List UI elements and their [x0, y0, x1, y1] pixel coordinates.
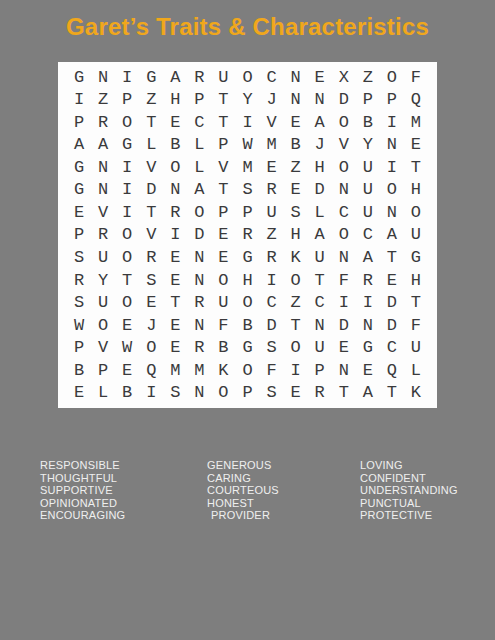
grid-cell[interactable]: N — [187, 246, 211, 269]
word-search-board: GNIGARUOCNEXZOFIZPZHPTYJNNDPPQPROTECTIVE… — [67, 66, 428, 404]
grid-cell[interactable]: H — [163, 89, 187, 112]
grid-cell[interactable]: P — [67, 336, 91, 359]
grid-cell[interactable]: U — [308, 336, 332, 359]
grid-cell[interactable]: E — [139, 291, 163, 314]
grid-cell[interactable]: S — [67, 246, 91, 269]
grid-cell[interactable]: C — [260, 66, 284, 89]
grid-cell[interactable]: G — [115, 134, 139, 157]
puzzle-page: Garet’s Traits & Characteristics GNIGARU… — [0, 0, 495, 640]
grid-cell[interactable]: E — [380, 269, 404, 292]
grid-cell[interactable]: L — [404, 359, 428, 382]
grid-cell[interactable]: A — [91, 134, 115, 157]
grid-cell[interactable]: P — [356, 89, 380, 112]
grid-cell[interactable]: G — [404, 246, 428, 269]
grid-cell[interactable]: N — [91, 156, 115, 179]
grid-cell[interactable]: N — [91, 179, 115, 202]
grid-cell[interactable]: O — [139, 336, 163, 359]
grid-cell[interactable]: E — [356, 359, 380, 382]
grid-cell[interactable]: N — [308, 89, 332, 112]
grid-cell[interactable]: I — [139, 381, 163, 404]
grid-cell[interactable]: H — [308, 156, 332, 179]
grid-cell[interactable]: N — [332, 179, 356, 202]
grid-cell[interactable]: V — [91, 201, 115, 224]
grid-cell[interactable]: E — [163, 269, 187, 292]
grid-cell[interactable]: N — [332, 359, 356, 382]
grid-cell[interactable]: O — [380, 179, 404, 202]
grid-cell[interactable]: L — [308, 201, 332, 224]
grid-cell[interactable]: N — [380, 134, 404, 157]
grid-cell[interactable]: I — [115, 156, 139, 179]
puzzle-title: Garet’s Traits & Characteristics — [0, 13, 495, 41]
grid-cell[interactable]: S — [67, 291, 91, 314]
grid-cell[interactable]: P — [187, 89, 211, 112]
grid-cell[interactable]: U — [211, 66, 235, 89]
grid-cell[interactable]: U — [260, 201, 284, 224]
grid-cell[interactable]: R — [187, 66, 211, 89]
grid-cell[interactable]: N — [163, 179, 187, 202]
grid-cell[interactable]: T — [332, 381, 356, 404]
grid-cell[interactable]: R — [163, 201, 187, 224]
grid-cell[interactable]: P — [211, 201, 235, 224]
grid-cell[interactable]: N — [187, 381, 211, 404]
grid-cell[interactable]: O — [115, 224, 139, 247]
grid-cell[interactable]: Q — [139, 359, 163, 382]
grid-cell[interactable]: Z — [91, 89, 115, 112]
grid-cell[interactable]: J — [308, 134, 332, 157]
grid-cell[interactable]: B — [356, 111, 380, 134]
grid-cell[interactable]: R — [260, 179, 284, 202]
grid-cell[interactable]: W — [235, 134, 259, 157]
grid-cell[interactable]: N — [356, 314, 380, 337]
word-item: CARING — [207, 472, 279, 485]
grid-cell[interactable]: I — [115, 179, 139, 202]
grid-cell[interactable]: J — [139, 314, 163, 337]
word-list: RESPONSIBLETHOUGHTFULSUPPORTIVEOPINIONAT… — [0, 459, 495, 529]
grid-cell[interactable]: Z — [139, 89, 163, 112]
grid-cell[interactable]: R — [187, 291, 211, 314]
grid-cell[interactable]: L — [187, 156, 211, 179]
grid-cell[interactable]: T — [211, 111, 235, 134]
grid-cell[interactable]: I — [332, 291, 356, 314]
grid-cell[interactable]: G — [235, 336, 259, 359]
grid-cell[interactable]: L — [187, 134, 211, 157]
grid-cell[interactable]: N — [284, 66, 308, 89]
grid-cell[interactable]: I — [115, 201, 139, 224]
grid-cell[interactable]: O — [380, 66, 404, 89]
grid-cell[interactable]: D — [260, 314, 284, 337]
grid-cell[interactable]: S — [235, 179, 259, 202]
grid-cell[interactable]: A — [380, 224, 404, 247]
grid-cell[interactable]: T — [115, 269, 139, 292]
grid-cell[interactable]: F — [404, 66, 428, 89]
grid-cell[interactable]: V — [139, 224, 163, 247]
grid-cell[interactable]: G — [67, 179, 91, 202]
grid-cell[interactable]: F — [404, 314, 428, 337]
grid-cell[interactable]: P — [211, 134, 235, 157]
grid-cell[interactable]: E — [115, 314, 139, 337]
grid-cell[interactable]: F — [260, 359, 284, 382]
grid-cell[interactable]: U — [356, 156, 380, 179]
grid-cell[interactable]: O — [115, 291, 139, 314]
grid-cell[interactable]: O — [115, 246, 139, 269]
grid-cell[interactable]: I — [163, 224, 187, 247]
grid-cell[interactable]: R — [187, 336, 211, 359]
grid-cell[interactable]: E — [260, 156, 284, 179]
grid-cell[interactable]: V — [260, 111, 284, 134]
word-item: UNDERSTANDING — [360, 484, 458, 497]
grid-cell[interactable]: I — [284, 359, 308, 382]
grid-cell[interactable]: B — [163, 134, 187, 157]
grid-cell[interactable]: I — [380, 156, 404, 179]
grid-cell[interactable]: E — [284, 179, 308, 202]
grid-cell[interactable]: C — [356, 224, 380, 247]
word-item: GENEROUS — [207, 459, 279, 472]
grid-cell[interactable]: T — [404, 291, 428, 314]
grid-cell[interactable]: D — [332, 89, 356, 112]
grid-cell[interactable]: R — [91, 111, 115, 134]
grid-cell[interactable]: R — [91, 224, 115, 247]
word-item: ENCOURAGING — [40, 509, 125, 522]
grid-cell[interactable]: T — [139, 111, 163, 134]
word-list-column: LOVINGCONFIDENTUNDERSTANDINGPUNCTUALPROT… — [360, 459, 458, 522]
grid-cell[interactable]: D — [380, 314, 404, 337]
grid-cell[interactable]: R — [308, 381, 332, 404]
word-item: OPINIONATED — [40, 497, 125, 510]
grid-cell[interactable]: F — [211, 314, 235, 337]
word-item: SUPPORTIVE — [40, 484, 125, 497]
word-item: COURTEOUS — [207, 484, 279, 497]
grid-cell[interactable]: S — [260, 381, 284, 404]
grid-cell[interactable]: N — [187, 314, 211, 337]
grid-cell[interactable]: D — [308, 179, 332, 202]
grid-cell[interactable]: P — [308, 359, 332, 382]
grid-cell[interactable]: C — [332, 201, 356, 224]
grid-cell[interactable]: D — [380, 291, 404, 314]
grid-cell[interactable]: S — [284, 201, 308, 224]
grid-cell[interactable]: S — [260, 336, 284, 359]
grid-cell[interactable]: M — [404, 111, 428, 134]
grid-cell[interactable]: M — [260, 134, 284, 157]
grid-cell[interactable]: H — [235, 269, 259, 292]
grid-cell[interactable]: G — [139, 66, 163, 89]
grid-cell[interactable]: O — [235, 359, 259, 382]
grid-cell[interactable]: U — [91, 291, 115, 314]
grid-cell[interactable]: O — [284, 336, 308, 359]
grid-cell[interactable]: Q — [404, 89, 428, 112]
grid-cell[interactable]: O — [115, 111, 139, 134]
grid-cell[interactable]: E — [404, 134, 428, 157]
grid-cell[interactable]: Z — [284, 156, 308, 179]
grid-cell[interactable]: U — [356, 201, 380, 224]
grid-cell[interactable]: T — [380, 246, 404, 269]
grid-cell[interactable]: N — [308, 314, 332, 337]
word-item: LOVING — [360, 459, 458, 472]
grid-cell[interactable]: U — [404, 336, 428, 359]
grid-cell[interactable]: I — [380, 111, 404, 134]
grid-cell[interactable]: N — [284, 89, 308, 112]
grid-cell[interactable]: E — [308, 66, 332, 89]
grid-cell[interactable]: I — [356, 291, 380, 314]
grid-cell[interactable]: O — [163, 156, 187, 179]
grid-cell[interactable]: S — [139, 269, 163, 292]
word-item: HONEST — [207, 497, 279, 510]
grid-cell[interactable]: F — [332, 269, 356, 292]
grid-cell[interactable]: I — [235, 111, 259, 134]
grid-cell[interactable]: V — [139, 156, 163, 179]
grid-cell[interactable]: M — [163, 359, 187, 382]
grid-cell[interactable]: R — [67, 269, 91, 292]
word-item: PROTECTIVE — [360, 509, 458, 522]
word-item: CONFIDENT — [360, 472, 458, 485]
grid-cell[interactable]: P — [380, 89, 404, 112]
grid-cell[interactable]: D — [332, 314, 356, 337]
grid-cell[interactable]: Y — [356, 134, 380, 157]
grid-cell[interactable]: P — [67, 111, 91, 134]
grid-cell[interactable]: B — [284, 134, 308, 157]
grid-cell[interactable]: W — [115, 336, 139, 359]
word-search-board-box: GNIGARUOCNEXZOFIZPZHPTYJNNDPPQPROTECTIVE… — [58, 62, 437, 408]
grid-cell[interactable]: O — [187, 201, 211, 224]
grid-cell[interactable]: M — [187, 359, 211, 382]
word-item: RESPONSIBLE — [40, 459, 125, 472]
grid-cell[interactable]: D — [139, 179, 163, 202]
grid-cell[interactable]: N — [380, 201, 404, 224]
grid-cell[interactable]: G — [356, 336, 380, 359]
grid-cell[interactable]: A — [308, 224, 332, 247]
grid-cell[interactable]: E — [284, 111, 308, 134]
grid-cell[interactable]: X — [332, 66, 356, 89]
grid-cell[interactable]: K — [284, 246, 308, 269]
grid-cell[interactable]: D — [187, 224, 211, 247]
word-list-column: RESPONSIBLETHOUGHTFULSUPPORTIVEOPINIONAT… — [40, 459, 125, 522]
grid-cell[interactable]: I — [115, 66, 139, 89]
word-list-column: GENEROUSCARINGCOURTEOUSHONESTPROVIDER — [207, 459, 279, 522]
grid-cell[interactable]: U — [404, 224, 428, 247]
grid-cell[interactable]: C — [260, 291, 284, 314]
grid-cell[interactable]: I — [67, 89, 91, 112]
grid-cell[interactable]: E — [67, 381, 91, 404]
grid-cell[interactable]: P — [67, 224, 91, 247]
grid-cell[interactable]: U — [356, 179, 380, 202]
grid-cell[interactable]: J — [260, 89, 284, 112]
grid-cell[interactable]: O — [332, 224, 356, 247]
grid-cell[interactable]: T — [211, 179, 235, 202]
grid-cell[interactable]: K — [211, 359, 235, 382]
grid-cell[interactable]: E — [163, 111, 187, 134]
grid-cell[interactable]: A — [163, 66, 187, 89]
grid-cell[interactable]: W — [67, 314, 91, 337]
grid-cell[interactable]: A — [67, 134, 91, 157]
grid-cell[interactable]: A — [308, 111, 332, 134]
grid-cell[interactable]: Z — [260, 224, 284, 247]
grid-cell[interactable]: L — [139, 134, 163, 157]
grid-cell[interactable]: O — [332, 111, 356, 134]
grid-cell[interactable]: E — [67, 201, 91, 224]
grid-cell[interactable]: E — [163, 314, 187, 337]
grid-cell[interactable]: E — [115, 359, 139, 382]
grid-cell[interactable]: R — [356, 269, 380, 292]
grid-cell[interactable]: G — [67, 156, 91, 179]
grid-cell[interactable]: E — [211, 246, 235, 269]
grid-cell[interactable]: Q — [380, 359, 404, 382]
grid-cell[interactable]: N — [332, 246, 356, 269]
grid-cell[interactable]: A — [356, 381, 380, 404]
grid-cell[interactable]: R — [235, 224, 259, 247]
grid-cell[interactable]: M — [235, 156, 259, 179]
grid-cell[interactable]: O — [211, 269, 235, 292]
grid-cell[interactable]: Y — [91, 269, 115, 292]
grid-cell[interactable]: G — [235, 246, 259, 269]
grid-cell[interactable]: I — [260, 269, 284, 292]
grid-cell[interactable]: E — [163, 336, 187, 359]
grid-cell[interactable]: E — [163, 246, 187, 269]
grid-cell[interactable]: T — [404, 156, 428, 179]
grid-cell[interactable]: P — [91, 359, 115, 382]
grid-cell[interactable]: P — [235, 381, 259, 404]
word-item: PROVIDER — [207, 509, 279, 522]
grid-cell[interactable]: U — [211, 291, 235, 314]
grid-cell[interactable]: C — [187, 111, 211, 134]
grid-cell[interactable]: T — [284, 314, 308, 337]
grid-cell[interactable]: T — [163, 291, 187, 314]
grid-cell[interactable]: H — [284, 224, 308, 247]
grid-cell[interactable]: A — [356, 246, 380, 269]
grid-cell[interactable]: Z — [356, 66, 380, 89]
grid-cell[interactable]: E — [211, 224, 235, 247]
grid-cell[interactable]: B — [67, 359, 91, 382]
grid-cell[interactable]: T — [211, 89, 235, 112]
grid-cell[interactable]: C — [380, 336, 404, 359]
grid-cell[interactable]: K — [404, 381, 428, 404]
grid-cell[interactable]: Z — [284, 291, 308, 314]
grid-cell[interactable]: L — [91, 381, 115, 404]
grid-cell[interactable]: P — [235, 201, 259, 224]
grid-cell[interactable]: S — [163, 381, 187, 404]
grid-cell[interactable]: B — [235, 314, 259, 337]
word-item: PUNCTUAL — [360, 497, 458, 510]
grid-cell[interactable]: T — [139, 201, 163, 224]
grid-cell[interactable]: V — [91, 336, 115, 359]
grid-cell[interactable]: V — [211, 156, 235, 179]
grid-cell[interactable]: V — [332, 134, 356, 157]
grid-cell[interactable]: O — [211, 381, 235, 404]
grid-cell[interactable]: H — [404, 179, 428, 202]
grid-cell[interactable]: N — [187, 269, 211, 292]
grid-cell[interactable]: N — [91, 66, 115, 89]
grid-cell[interactable]: E — [284, 381, 308, 404]
grid-cell[interactable]: C — [308, 291, 332, 314]
grid-cell[interactable]: H — [404, 269, 428, 292]
grid-cell[interactable]: U — [308, 246, 332, 269]
grid-cell[interactable]: B — [115, 381, 139, 404]
grid-cell[interactable]: O — [235, 66, 259, 89]
grid-cell[interactable]: O — [332, 156, 356, 179]
grid-cell[interactable]: E — [332, 336, 356, 359]
grid-cell[interactable]: O — [284, 269, 308, 292]
grid-cell[interactable]: O — [235, 291, 259, 314]
grid-cell[interactable]: U — [91, 246, 115, 269]
grid-cell[interactable]: A — [187, 179, 211, 202]
grid-cell[interactable]: O — [404, 201, 428, 224]
grid-cell[interactable]: Y — [235, 89, 259, 112]
grid-cell[interactable]: P — [115, 89, 139, 112]
grid-cell[interactable]: R — [260, 246, 284, 269]
grid-cell[interactable]: G — [67, 66, 91, 89]
grid-cell[interactable]: T — [380, 381, 404, 404]
grid-cell[interactable]: T — [308, 269, 332, 292]
grid-cell[interactable]: R — [139, 246, 163, 269]
grid-cell[interactable]: B — [211, 336, 235, 359]
word-item: THOUGHTFUL — [40, 472, 125, 485]
grid-cell[interactable]: O — [91, 314, 115, 337]
